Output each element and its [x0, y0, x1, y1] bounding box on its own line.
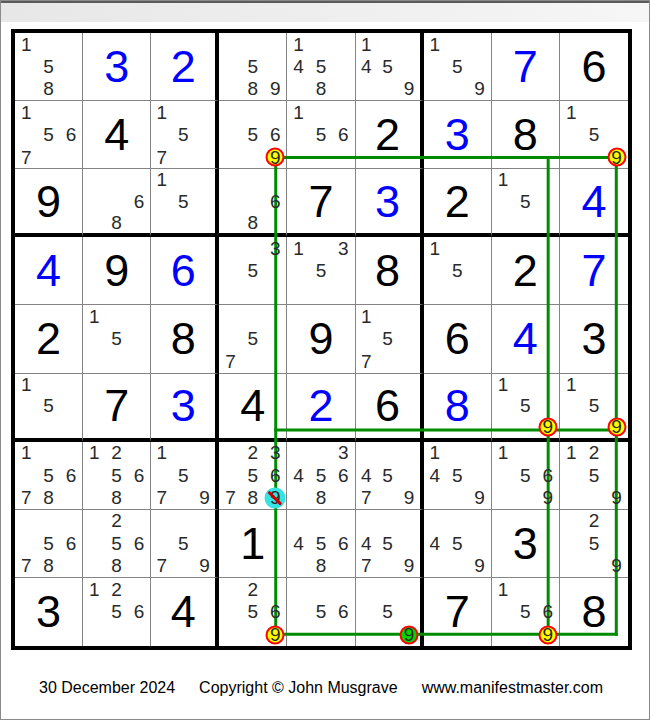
pencil-slot-4 [287, 260, 309, 282]
pencil-slot-8 [377, 555, 398, 577]
cell-r3c8[interactable]: 15 [492, 169, 560, 237]
pencil-slot-3 [537, 578, 559, 601]
pencil-slot-1: 1 [83, 305, 105, 327]
pencil-slot-5: 5 [242, 123, 264, 145]
cell-r6c7[interactable]: 8 [424, 374, 492, 442]
pencil-slot-7: 7 [219, 350, 241, 372]
candidate-digit: 5 [43, 466, 54, 485]
pencil-slot-8 [377, 78, 398, 100]
pencil-slot-9: 9 [605, 146, 628, 168]
pencil-slot-9 [60, 416, 82, 437]
cell-r5c1[interactable]: 2 [15, 305, 83, 373]
given-digit: 7 [287, 169, 354, 233]
pencil-slot-4 [560, 123, 583, 145]
candidate-digit: 8 [43, 488, 54, 507]
pencil-slot-4 [151, 464, 172, 486]
candidate-digit: 1 [430, 443, 441, 462]
pencil-slot-9: 9 [398, 486, 419, 508]
pencil-slot-6: 6 [332, 532, 354, 554]
pencil-slot-4: 4 [424, 532, 446, 554]
candidate-digit: 5 [248, 329, 259, 348]
cell-r6c3[interactable]: 3 [151, 374, 219, 442]
pencil-slot-7 [560, 416, 583, 437]
pencil-slot-2 [583, 374, 606, 395]
pencil-slot-6: 6 [128, 191, 150, 212]
pencil-marks: 57 [219, 305, 286, 372]
given-digit: 4 [151, 578, 215, 646]
candidate-digit: 6 [338, 534, 349, 553]
cell-r6c6[interactable]: 6 [356, 374, 424, 442]
cell-r8c1[interactable]: 5678 [15, 510, 83, 578]
pencil-slot-4 [15, 123, 37, 145]
cell-r6c5[interactable]: 2 [287, 374, 355, 442]
cell-r2c3[interactable]: 157 [151, 101, 219, 169]
pencil-marks: 1259 [560, 442, 628, 509]
candidate-digit: 5 [520, 192, 531, 211]
pencil-slot-3 [60, 374, 82, 395]
pencil-slot-9 [332, 623, 354, 646]
pencil-marks: 5678 [15, 510, 82, 577]
pencil-slot-7: 7 [356, 350, 377, 372]
cell-r8c6[interactable]: 4579 [356, 510, 424, 578]
pencil-slot-2 [37, 442, 59, 464]
pencil-slot-8 [514, 416, 536, 437]
pencil-slot-7 [287, 486, 309, 508]
pencil-slot-2 [583, 101, 606, 123]
pencil-slot-6: 6 [537, 464, 559, 486]
pencil-slot-6 [468, 55, 490, 77]
cell-r3c2[interactable]: 68 [83, 169, 151, 237]
cell-r3c3[interactable]: 15 [151, 169, 219, 237]
cell-r9c8[interactable]: 1569 [492, 578, 560, 646]
pencil-slot-2 [37, 510, 59, 532]
pencil-slot-5: 5 [377, 601, 398, 624]
cell-r9c6[interactable]: 59 [356, 578, 424, 646]
pencil-slot-8 [242, 350, 264, 372]
pencil-slot-4 [15, 55, 37, 77]
pencil-marks: 34568 [287, 442, 354, 509]
pencil-slot-7 [83, 212, 105, 233]
candidate-digit: 5 [589, 466, 600, 485]
candidate-digit: 5 [43, 57, 54, 76]
candidate-digit: 1 [89, 580, 100, 599]
pencil-slot-9: 9 [537, 486, 559, 508]
footer-website: www.manifestmaster.com [422, 679, 603, 697]
pencil-slot-4 [219, 328, 241, 350]
cell-r9c2[interactable]: 1256 [83, 578, 151, 646]
cell-r8c4[interactable]: 1 [219, 510, 287, 578]
pencil-slot-9: 9 [468, 555, 490, 577]
pencil-slot-2 [310, 101, 332, 123]
pencil-slot-2 [377, 578, 398, 601]
pencil-slot-9: 9 [264, 78, 286, 100]
cell-r1c5[interactable]: 1458 [287, 33, 355, 101]
pencil-slot-1 [356, 578, 377, 601]
candidate-digit: 1 [498, 170, 509, 189]
candidate-digit: 8 [111, 213, 122, 232]
cell-r6c1[interactable]: 15 [15, 374, 83, 442]
pencil-slot-2: 2 [583, 510, 606, 532]
pencil-slot-7 [424, 78, 446, 100]
pencil-slot-1: 1 [424, 237, 446, 259]
cell-r7c8[interactable]: 1569 [492, 442, 560, 510]
pencil-slot-4: 4 [287, 464, 309, 486]
cell-r3c6[interactable]: 3 [356, 169, 424, 237]
cell-r1c2[interactable]: 3 [83, 33, 151, 101]
pencil-slot-6: 6 [60, 464, 82, 486]
pencil-slot-8 [173, 212, 194, 233]
given-digit: 3 [560, 305, 628, 372]
candidate-digit: 6 [134, 602, 145, 621]
cell-r5c8[interactable]: 4 [492, 305, 560, 373]
pencil-slot-4 [287, 601, 309, 624]
pencil-slot-6 [605, 123, 628, 145]
pencil-slot-4 [83, 532, 105, 554]
pencil-slot-3 [264, 101, 286, 123]
cell-r1c9[interactable]: 6 [560, 33, 628, 101]
solved-digit: 3 [356, 169, 420, 233]
pencil-slot-5: 5 [446, 532, 468, 554]
cell-r9c1[interactable]: 3 [15, 578, 83, 646]
pencil-slot-1 [356, 442, 377, 464]
pencil-slot-2: 2 [105, 442, 127, 464]
cell-r2c8[interactable]: 8 [492, 101, 560, 169]
cell-r8c9[interactable]: 259 [560, 510, 628, 578]
pencil-slot-1: 1 [287, 101, 309, 123]
pencil-slot-7 [356, 623, 377, 646]
pencil-slot-7: 7 [151, 146, 172, 168]
cell-r8c8[interactable]: 3 [492, 510, 560, 578]
pencil-slot-6 [194, 191, 215, 212]
pencil-slot-9 [537, 212, 559, 233]
pencil-slot-6: 6 [264, 191, 286, 212]
pencil-slot-7 [219, 146, 241, 168]
cell-r5c6[interactable]: 157 [356, 305, 424, 373]
pencil-slot-1: 1 [492, 442, 514, 464]
candidate-digit: 8 [316, 79, 327, 98]
candidate-digit: 1 [157, 103, 168, 122]
candidate-digit: 5 [111, 329, 122, 348]
given-digit: 8 [560, 578, 628, 646]
pencil-slot-3 [468, 442, 490, 464]
pencil-slot-9 [60, 78, 82, 100]
candidate-digit: 8 [248, 488, 259, 507]
candidate-digit: 1 [21, 103, 32, 122]
cell-r8c5[interactable]: 4568 [287, 510, 355, 578]
pencil-slot-3 [128, 305, 150, 327]
candidate-digit: 4 [430, 534, 441, 553]
candidate-digit: 1 [430, 35, 441, 54]
pencil-marks: 159 [560, 374, 628, 438]
cell-r7c9[interactable]: 1259 [560, 442, 628, 510]
pencil-marks: 68 [83, 169, 150, 233]
pencil-slot-9 [60, 486, 82, 508]
pencil-slot-3 [537, 374, 559, 395]
pencil-slot-8: 8 [242, 78, 264, 100]
cell-r5c3[interactable]: 8 [151, 305, 219, 373]
cell-r1c8[interactable]: 7 [492, 33, 560, 101]
pencil-slot-4 [492, 464, 514, 486]
cell-r3c7[interactable]: 2 [424, 169, 492, 237]
pencil-slot-6 [60, 395, 82, 416]
pencil-slot-5: 5 [37, 532, 59, 554]
cell-r4c1[interactable]: 4 [15, 237, 83, 305]
pencil-slot-3 [605, 374, 628, 395]
candidate-digit: 5 [589, 534, 600, 553]
cell-r4c5[interactable]: 135 [287, 237, 355, 305]
pencil-slot-6 [605, 532, 628, 554]
pencil-slot-3 [398, 33, 419, 55]
candidate-digit: 1 [430, 239, 441, 258]
pencil-slot-1 [151, 510, 172, 532]
candidate-digit: 8 [111, 488, 122, 507]
pencil-slot-8 [242, 282, 264, 304]
pencil-slot-7 [83, 350, 105, 372]
pencil-slot-7 [151, 212, 172, 233]
pencil-marks: 589 [219, 33, 286, 100]
pencil-slot-5: 5 [37, 395, 59, 416]
pencil-slot-4 [15, 532, 37, 554]
pencil-slot-9 [332, 282, 354, 304]
cell-r3c5[interactable]: 7 [287, 169, 355, 237]
pencil-slot-6 [398, 464, 419, 486]
pencil-slot-6 [398, 601, 419, 624]
cell-r7c2[interactable]: 12568 [83, 442, 151, 510]
pencil-slot-9 [264, 350, 286, 372]
pencil-slot-1: 1 [356, 33, 377, 55]
cell-r2c1[interactable]: 1567 [15, 101, 83, 169]
cell-r3c4[interactable]: 68 [219, 169, 287, 237]
given-digit: 2 [424, 169, 491, 233]
pencil-slot-7 [15, 78, 37, 100]
pencil-slot-2 [37, 33, 59, 55]
pencil-slot-2 [242, 237, 264, 259]
pencil-slot-8: 8 [105, 486, 127, 508]
pencil-slot-5: 5 [105, 532, 127, 554]
pencil-slot-2: 2 [242, 442, 264, 464]
pencil-slot-2 [242, 101, 264, 123]
pencil-slot-1: 1 [560, 101, 583, 123]
pencil-slot-8 [583, 555, 606, 577]
candidate-digit: 1 [157, 443, 168, 462]
cell-r2c2[interactable]: 4 [83, 101, 151, 169]
candidate-digit: 5 [316, 57, 327, 76]
cell-r2c4[interactable]: 569 [219, 101, 287, 169]
pencil-slot-9: 9 [468, 486, 490, 508]
cell-r4c7[interactable]: 15 [424, 237, 492, 305]
given-digit: 6 [356, 374, 420, 438]
pencil-slot-4 [219, 464, 241, 486]
cell-r3c1[interactable]: 9 [15, 169, 83, 237]
cell-r7c6[interactable]: 4579 [356, 442, 424, 510]
pencil-marks: 4568 [287, 510, 354, 577]
pencil-slot-4 [560, 532, 583, 554]
pencil-marks: 259 [560, 510, 628, 577]
pencil-slot-7: 7 [151, 555, 172, 577]
pencil-marks: 15 [83, 305, 150, 372]
cell-r5c2[interactable]: 15 [83, 305, 151, 373]
pencil-slot-6: 6 [128, 464, 150, 486]
pencil-slot-5: 5 [583, 532, 606, 554]
pencil-marks: 15 [424, 237, 491, 304]
cell-r7c7[interactable]: 1459 [424, 442, 492, 510]
pencil-slot-2 [446, 510, 468, 532]
given-digit: 4 [83, 101, 150, 168]
pencil-marks: 1579 [151, 442, 215, 509]
candidate-digit: 7 [157, 488, 168, 507]
cell-r6c4[interactable]: 4 [219, 374, 287, 442]
pencil-slot-7 [287, 555, 309, 577]
cell-r4c4[interactable]: 35 [219, 237, 287, 305]
cell-r7c3[interactable]: 1579 [151, 442, 219, 510]
cell-r1c1[interactable]: 158 [15, 33, 83, 101]
candidate-digit: 5 [382, 466, 393, 485]
candidate-digit: 1 [89, 307, 100, 326]
pencil-slot-7 [219, 282, 241, 304]
cell-r4c3[interactable]: 6 [151, 237, 219, 305]
pencil-slot-3 [194, 510, 215, 532]
cell-r4c6[interactable]: 8 [356, 237, 424, 305]
pencil-slot-8 [446, 486, 468, 508]
pencil-marks: 12568 [83, 442, 150, 509]
pencil-slot-6 [264, 55, 286, 77]
cell-r4c8[interactable]: 2 [492, 237, 560, 305]
candidate-digit: 2 [111, 511, 122, 530]
pencil-slot-2 [310, 442, 332, 464]
pencil-marks: 15 [492, 169, 559, 233]
pencil-slot-6: 6 [60, 123, 82, 145]
solved-digit: 3 [424, 101, 491, 168]
cell-r2c7[interactable]: 3 [424, 101, 492, 169]
cell-r1c7[interactable]: 159 [424, 33, 492, 101]
pencil-slot-5: 5 [514, 191, 536, 212]
pencil-slot-5: 5 [37, 464, 59, 486]
candidate-digit: 8 [111, 556, 122, 575]
pencil-slot-9: 9 [605, 486, 628, 508]
cell-r6c9[interactable]: 159 [560, 374, 628, 442]
candidate-digit: 3 [270, 443, 281, 462]
candidate-digit: 5 [178, 125, 189, 144]
pencil-slot-8 [446, 78, 468, 100]
given-digit: 3 [492, 510, 559, 577]
pencil-slot-7: 7 [15, 555, 37, 577]
pencil-slot-3 [60, 101, 82, 123]
pencil-slot-3 [128, 169, 150, 190]
cell-r8c2[interactable]: 2568 [83, 510, 151, 578]
cell-r7c1[interactable]: 15678 [15, 442, 83, 510]
cell-r2c5[interactable]: 156 [287, 101, 355, 169]
pencil-slot-1 [287, 578, 309, 601]
pencil-slot-5: 5 [583, 464, 606, 486]
pencil-marks: 1567 [15, 101, 82, 168]
pencil-marks: 159 [492, 374, 559, 438]
pencil-slot-1: 1 [151, 101, 172, 123]
candidate-digit: 5 [316, 534, 327, 553]
pencil-slot-8 [173, 555, 194, 577]
pencil-slot-3 [264, 578, 286, 601]
candidate-digit: 1 [89, 443, 100, 462]
pencil-slot-8 [583, 416, 606, 437]
pencil-slot-1: 1 [560, 374, 583, 395]
candidate-digit: 1 [293, 35, 304, 54]
pencil-slot-3 [537, 169, 559, 190]
pencil-marks: 2568 [83, 510, 150, 577]
cell-r9c3[interactable]: 4 [151, 578, 219, 646]
cell-r1c6[interactable]: 1459 [356, 33, 424, 101]
pencil-slot-6 [537, 395, 559, 416]
sudoku-board: 1583258914581459159761567415756915623815… [11, 29, 632, 650]
candidate-digit: 9 [404, 556, 415, 575]
pencil-slot-7 [83, 486, 105, 508]
pencil-slot-7 [560, 555, 583, 577]
pencil-slot-6 [468, 464, 490, 486]
pencil-slot-4 [83, 601, 105, 624]
cell-r7c5[interactable]: 34568 [287, 442, 355, 510]
pencil-slot-1 [287, 510, 309, 532]
pencil-slot-6 [537, 191, 559, 212]
pencil-slot-1: 1 [356, 305, 377, 327]
cell-r5c9[interactable]: 3 [560, 305, 628, 373]
cell-r9c5[interactable]: 56 [287, 578, 355, 646]
candidate-digit: 6 [66, 466, 77, 485]
footer: 30 December 2024 Copyright © John Musgra… [39, 679, 619, 697]
pencil-slot-8 [105, 623, 127, 646]
cell-r2c6[interactable]: 2 [356, 101, 424, 169]
candidate-digit: 8 [43, 79, 54, 98]
cell-r5c5[interactable]: 9 [287, 305, 355, 373]
cell-r2c9[interactable]: 159 [560, 101, 628, 169]
cell-r4c9[interactable]: 7 [560, 237, 628, 305]
cell-r6c8[interactable]: 159 [492, 374, 560, 442]
cell-r9c9[interactable]: 8 [560, 578, 628, 646]
candidate-digit: 5 [589, 125, 600, 144]
cell-r1c4[interactable]: 589 [219, 33, 287, 101]
candidate-digit: 4 [430, 466, 441, 485]
candidate-digit: 5 [520, 602, 531, 621]
candidate-digit: 8 [316, 556, 327, 575]
pencil-slot-2 [377, 510, 398, 532]
cell-r7c4[interactable]: 2356789 [219, 442, 287, 510]
pencil-slot-2 [173, 510, 194, 532]
candidate-digit: 5 [382, 329, 393, 348]
cell-r5c7[interactable]: 6 [424, 305, 492, 373]
cell-r8c7[interactable]: 459 [424, 510, 492, 578]
candidate-digit: 5 [452, 466, 463, 485]
pencil-marks: 4579 [356, 510, 420, 577]
pencil-slot-9: 9 [398, 555, 419, 577]
cell-r9c4[interactable]: 2569 [219, 578, 287, 646]
cell-r3c9[interactable]: 4 [560, 169, 628, 237]
pencil-slot-3 [398, 305, 419, 327]
pencil-slot-5: 5 [37, 123, 59, 145]
candidate-digit: 4 [361, 466, 372, 485]
cell-r9c7[interactable]: 7 [424, 578, 492, 646]
cell-r4c2[interactable]: 9 [83, 237, 151, 305]
cell-r5c4[interactable]: 57 [219, 305, 287, 373]
pencil-slot-4 [219, 601, 241, 624]
cell-r6c2[interactable]: 7 [83, 374, 151, 442]
candidate-digit: 3 [338, 239, 349, 258]
candidate-digit: 9 [404, 488, 415, 507]
cell-r1c3[interactable]: 2 [151, 33, 219, 101]
cell-r8c3[interactable]: 579 [151, 510, 219, 578]
given-digit: 7 [83, 374, 150, 438]
candidate-digit: 5 [589, 396, 600, 415]
pencil-slot-3 [468, 237, 490, 259]
pencil-slot-7 [424, 555, 446, 577]
candidate-digit: 9 [542, 488, 553, 507]
pencil-slot-8 [583, 486, 606, 508]
